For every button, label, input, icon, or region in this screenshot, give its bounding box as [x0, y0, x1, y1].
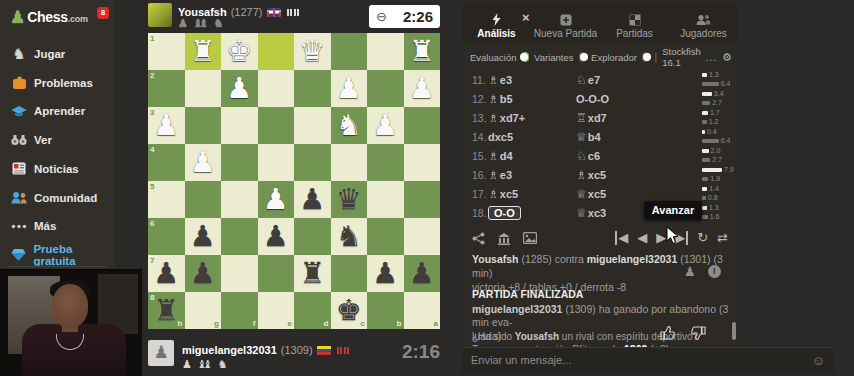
move-number: 18.: [462, 207, 488, 219]
cap-icon: [10, 103, 28, 119]
piece-white-P[interactable]: ♟: [221, 70, 258, 107]
move-row-12: 12.♗b5O-O-O3.42.7: [462, 89, 738, 108]
square-h7[interactable]: 7♟: [148, 255, 185, 292]
move-row-15: 15.♗d4♘c62.02.7: [462, 146, 738, 165]
square-g1[interactable]: ♜: [185, 33, 222, 70]
square-e7[interactable]: [258, 255, 295, 292]
piece-black-P[interactable]: ♟: [185, 255, 222, 292]
piece-icon-B: ♗: [488, 149, 499, 163]
go-to-start-button[interactable]: ◀: [615, 231, 628, 245]
piece-black-P[interactable]: ♟: [148, 255, 185, 292]
piece-icon-Q: ♕: [576, 187, 587, 201]
sidebar-item-problemas[interactable]: Problemas: [0, 69, 115, 97]
square-a3[interactable]: [404, 107, 441, 144]
square-f7[interactable]: [221, 255, 258, 292]
square-e6[interactable]: ♟: [258, 218, 295, 255]
square-e8[interactable]: e: [258, 292, 295, 329]
sidebar-item-label: Aprender: [34, 105, 85, 117]
logo-suffix: .com: [68, 14, 88, 24]
square-g6[interactable]: ♟: [185, 218, 222, 255]
lightning-icon: [492, 13, 501, 26]
black-move[interactable]: O-O-O: [576, 93, 658, 105]
tab-nueva-partida[interactable]: Nueva Partida: [531, 4, 600, 44]
engine-more-dots: ...: [706, 52, 717, 63]
square-a8[interactable]: a: [404, 292, 441, 329]
top-player-clock: ⊖ 2:26: [369, 5, 440, 28]
square-h8[interactable]: 8h♜: [148, 292, 185, 329]
piece-icon-B: ♗: [576, 168, 587, 182]
save-to-library-icon[interactable]: [497, 232, 511, 245]
plus-square-icon: [560, 13, 572, 26]
piece-white-P[interactable]: ♟: [404, 70, 441, 107]
piece-black-P[interactable]: ♟: [185, 218, 222, 255]
white-move[interactable]: ♗xd7+: [488, 111, 576, 125]
tab-partidas[interactable]: Partidas: [600, 4, 669, 44]
square-h2[interactable]: 2: [148, 70, 185, 107]
puzzle-icon: [10, 75, 28, 91]
sidebar-item-prueba-gratuita[interactable]: Prueba gratuita: [0, 241, 115, 269]
sidebar-item-label: Comunidad: [34, 192, 97, 204]
white-move[interactable]: ♗b5: [488, 92, 576, 106]
square-c8[interactable]: c♚: [331, 292, 368, 329]
bottom-player-name[interactable]: miguelangel32031: [182, 344, 277, 356]
top-clock-time: 2:26: [403, 8, 433, 25]
toggle-evaluacion[interactable]: [521, 52, 529, 62]
toggle-label-explorador: Explorador: [591, 52, 637, 63]
analysis-toggles: Evaluación Variantes Explorador | Stockf…: [470, 48, 732, 66]
square-c6[interactable]: ♞: [331, 218, 368, 255]
black-move[interactable]: ♖xd7: [576, 111, 658, 125]
square-c7[interactable]: [331, 255, 368, 292]
white-move[interactable]: ♗e3: [488, 168, 576, 182]
piece-black-R[interactable]: ♜: [294, 255, 331, 292]
square-h1[interactable]: 1: [148, 33, 185, 70]
square-f6[interactable]: [221, 218, 258, 255]
file-label: d: [324, 319, 329, 328]
move-row-11: 11.♗e3♘e71.36.4: [462, 70, 738, 89]
move-number: 11.: [462, 74, 488, 86]
toggle-variantes[interactable]: [579, 52, 587, 62]
rank-label: 4: [150, 145, 154, 154]
move-list: 11.♗e3♘e71.36.412.♗b5O-O-O3.42.713.♗xd7+…: [462, 70, 738, 222]
app-window: ♟ Chess.com 8 ♞JugarProblemasAprenderVer…: [0, 0, 854, 376]
piece-white-P[interactable]: ♟: [331, 70, 368, 107]
black-move[interactable]: ♘c6: [576, 149, 658, 163]
bottom-player-clock: 2:16: [392, 341, 440, 365]
piece-white-N[interactable]: ♞: [331, 107, 368, 144]
piece-black-N[interactable]: ♞: [331, 218, 368, 255]
sidebar-item-m-s[interactable]: Más: [0, 212, 115, 240]
flip-board-icon[interactable]: ⇄: [717, 231, 728, 245]
file-label: a: [434, 319, 438, 328]
white-move[interactable]: O-O: [488, 206, 576, 220]
news-icon: [10, 161, 28, 177]
sidebar-item-aprender[interactable]: Aprender: [0, 97, 115, 125]
bottom-player-captured-pieces: ♟ ♝♝ ♞: [182, 358, 229, 371]
info-player2[interactable]: miguelangel32031: [587, 253, 677, 265]
piece-icon-R: ♖: [576, 111, 587, 125]
piece-icon-B: ♗: [488, 92, 499, 106]
square-e3[interactable]: [258, 107, 295, 144]
file-label: g: [214, 319, 219, 328]
square-b4[interactable]: [367, 144, 404, 181]
move-eval: 3.42.7: [702, 89, 738, 108]
piece-icon-Q: ♕: [576, 206, 587, 220]
thumbs-up-icon[interactable]: [660, 326, 675, 344]
image-icon[interactable]: [523, 232, 537, 244]
rank-label: 2: [150, 71, 154, 80]
piece-black-P[interactable]: ♟: [367, 255, 404, 292]
sidebar-item-label: Noticias: [34, 163, 79, 175]
people-icon: [10, 190, 28, 206]
top-player-captured-pieces: ♟ ♝♝ ♞: [178, 17, 225, 30]
file-label: e: [288, 319, 292, 328]
square-g3[interactable]: [185, 107, 222, 144]
board-grid-icon: [629, 13, 641, 26]
move-eval: 0.46.4: [702, 127, 738, 146]
redo-icon[interactable]: ↻: [697, 231, 708, 245]
move-number: 14.: [462, 131, 488, 143]
chat-input[interactable]: Enviar un mensaje... ☺: [462, 347, 834, 372]
bottom-player-bars: [337, 347, 350, 354]
square-d3[interactable]: [294, 107, 331, 144]
square-g4[interactable]: ♟: [185, 144, 222, 181]
square-f3[interactable]: [221, 107, 258, 144]
clock-minus-icon: ⊖: [376, 9, 387, 24]
sidebar-item-comunidad[interactable]: Comunidad: [0, 184, 115, 212]
dots-icon: [10, 218, 28, 234]
webcam-video: [0, 269, 142, 376]
sidebar-item-label: Más: [34, 220, 56, 232]
binoculars-icon: [10, 132, 28, 148]
sidebar-item-label: Ver: [34, 134, 52, 146]
move-eval: 2.02.7: [702, 146, 738, 165]
rank-label: 1: [150, 34, 154, 43]
thumbs-down-icon[interactable]: [691, 326, 706, 344]
top-player-rating: (1277): [231, 6, 263, 18]
piece-icon-B: ♗: [488, 111, 499, 125]
square-c1[interactable]: [331, 33, 368, 70]
piece-black-P[interactable]: ♟: [258, 218, 295, 255]
move-row-14: 14.dxc5♕b40.46.4: [462, 127, 738, 146]
square-c5[interactable]: ♛: [331, 181, 368, 218]
black-move[interactable]: ♘e7: [576, 73, 658, 87]
rank-label: 6: [150, 219, 154, 228]
bottom-player-avatar[interactable]: ♟: [148, 340, 174, 366]
square-d8[interactable]: d: [294, 292, 331, 329]
square-g2[interactable]: [185, 70, 222, 107]
piece-white-R[interactable]: ♜: [185, 33, 222, 70]
piece-icon-B: ♗: [488, 187, 499, 201]
bottom-player-rating: (1309): [281, 344, 313, 356]
gear-icon[interactable]: ⚙: [722, 51, 732, 64]
square-f5[interactable]: [221, 181, 258, 218]
black-move[interactable]: ♗xc5: [576, 168, 658, 182]
smiley-icon[interactable]: ☺: [812, 353, 825, 368]
game-over-title: PARTIDA FINALIZADA: [472, 288, 730, 302]
piece-white-P[interactable]: ♟: [258, 181, 295, 218]
piece-black-P[interactable]: ♟: [404, 255, 441, 292]
tab-jugadores[interactable]: Jugadores: [669, 4, 738, 44]
knight-icon: ♞: [10, 46, 28, 62]
square-d7[interactable]: ♜: [294, 255, 331, 292]
action-bar: ◀ ◀ ▶ ▶ ↻ ⇄: [472, 228, 728, 248]
square-b8[interactable]: b: [367, 292, 404, 329]
rank-label: 5: [150, 182, 154, 191]
piece-black-R[interactable]: ♜: [148, 292, 185, 329]
analysis-panel: Análisis Nueva Partida Partidas Jugadore…: [462, 4, 738, 344]
move-eval: 1.31.6: [702, 203, 738, 222]
square-d2[interactable]: [294, 70, 331, 107]
square-c3[interactable]: ♞: [331, 107, 368, 144]
top-player-avatar[interactable]: [148, 3, 172, 27]
sidebar-item-label: Problemas: [34, 77, 93, 89]
avanzar-tooltip: Avanzar: [644, 201, 702, 220]
sidebar-item-noticias[interactable]: Noticias: [0, 155, 115, 183]
move-number: 13.: [462, 112, 488, 124]
toggle-label-variantes: Variantes: [534, 52, 573, 63]
square-b3[interactable]: ♟: [367, 107, 404, 144]
challenge-pawn-icon[interactable]: ♟: [684, 264, 696, 279]
square-a2[interactable]: ♟: [404, 70, 441, 107]
toggle-label-evaluacion: Evaluación: [470, 52, 516, 63]
piece-black-K[interactable]: ♚: [331, 292, 368, 329]
info-alert-icon[interactable]: !: [708, 265, 721, 278]
square-a5[interactable]: [404, 181, 441, 218]
piece-white-Q[interactable]: ♛: [294, 33, 331, 70]
piece-icon-B: ♗: [488, 168, 499, 182]
piece-icon-N: ♘: [576, 149, 587, 163]
logo-text: Chess: [27, 9, 68, 25]
piece-icon-N: ♘: [576, 73, 587, 87]
square-b1[interactable]: [367, 33, 404, 70]
diamond-icon: [10, 247, 27, 263]
logo-pawn-icon: ♟: [10, 7, 25, 28]
square-e1[interactable]: [258, 33, 295, 70]
panel-tabs: Análisis Nueva Partida Partidas Jugadore…: [462, 4, 738, 44]
piece-white-K[interactable]: ♚: [221, 33, 258, 70]
piece-black-P[interactable]: ♟: [294, 181, 331, 218]
previous-move-button[interactable]: ◀: [637, 231, 647, 245]
share-icon[interactable]: [472, 232, 485, 245]
chess-board[interactable]: 1♜♚♛♜2♟♟♟3♟♞♟4♟5♟♟♛6♟♟♞7♟♟♜♟♟8h♜gfedc♚ba: [148, 33, 440, 329]
file-label: b: [397, 319, 402, 328]
square-b2[interactable]: [367, 70, 404, 107]
square-f1[interactable]: ♚: [221, 33, 258, 70]
square-h3[interactable]: 3♟: [148, 107, 185, 144]
square-d4[interactable]: [294, 144, 331, 181]
white-move[interactable]: ♗xc5: [488, 187, 576, 201]
sidebar-item-label: Jugar: [34, 48, 65, 60]
tab-analisis[interactable]: Análisis: [462, 4, 531, 44]
sidebar-item-ver[interactable]: Ver: [0, 126, 115, 154]
white-move[interactable]: ♗e3: [488, 73, 576, 87]
toggle-explorador[interactable]: [642, 52, 650, 62]
square-h6[interactable]: 6: [148, 218, 185, 255]
move-number: 12.: [462, 93, 488, 105]
notification-badge: 8: [97, 7, 109, 19]
square-f4[interactable]: [221, 144, 258, 181]
piece-icon-B: ♗: [488, 73, 499, 87]
black-move[interactable]: ♕xc5: [576, 187, 658, 201]
square-g8[interactable]: g: [185, 292, 222, 329]
move-eval: 1.36.4: [702, 70, 738, 89]
chesscom-logo[interactable]: ♟ Chess.com: [10, 7, 88, 27]
piece-white-R[interactable]: ♜: [404, 33, 441, 70]
top-player-bars: [287, 9, 300, 16]
move-row-13: 13.♗xd7+♖xd71.71.2: [462, 108, 738, 127]
engine-name[interactable]: Stockfish 16.1: [662, 46, 701, 68]
square-a4[interactable]: [404, 144, 441, 181]
sidebar-item-jugar[interactable]: ♞Jugar: [0, 40, 115, 68]
move-number: 15.: [462, 150, 488, 162]
selected-move: O-O: [488, 206, 521, 220]
webcam-person-face: [52, 284, 88, 328]
square-b5[interactable]: [367, 181, 404, 218]
square-f2[interactable]: ♟: [221, 70, 258, 107]
square-b7[interactable]: ♟: [367, 255, 404, 292]
sidebar-item-label: Prueba gratuita: [33, 243, 115, 267]
file-label: f: [253, 319, 256, 328]
move-number: 16.: [462, 169, 488, 181]
square-b6[interactable]: [367, 218, 404, 255]
white-move[interactable]: dxc5: [488, 131, 576, 143]
square-d5[interactable]: ♟: [294, 181, 331, 218]
move-row-16: 16.♗e3♗xc57.91.9: [462, 165, 738, 184]
square-f8[interactable]: f: [221, 292, 258, 329]
top-player-flag-gb: [267, 8, 281, 17]
square-d6[interactable]: [294, 218, 331, 255]
square-g5[interactable]: [185, 181, 222, 218]
close-icon[interactable]: ×: [522, 10, 530, 25]
square-e2[interactable]: [258, 70, 295, 107]
move-eval: 1.40.8: [702, 184, 738, 203]
square-d1[interactable]: ♛: [294, 33, 331, 70]
panel-scrollbar[interactable]: [732, 322, 736, 340]
square-e5[interactable]: ♟: [258, 181, 295, 218]
piece-white-P[interactable]: ♟: [148, 107, 185, 144]
square-h5[interactable]: 5: [148, 181, 185, 218]
players-icon: [696, 13, 711, 26]
piece-white-P[interactable]: ♟: [185, 144, 222, 181]
white-move[interactable]: ♗d4: [488, 149, 576, 163]
square-a6[interactable]: [404, 218, 441, 255]
square-e4[interactable]: [258, 144, 295, 181]
sidebar-divider: [8, 266, 107, 267]
bottom-player-flag-ve: [317, 346, 331, 355]
square-c4[interactable]: [331, 144, 368, 181]
black-move[interactable]: ♕b4: [576, 130, 658, 144]
square-a7[interactable]: ♟: [404, 255, 441, 292]
move-number: 17.: [462, 188, 488, 200]
mouse-cursor: [666, 226, 680, 249]
chat-placeholder: Enviar un mensaje...: [471, 354, 571, 366]
info-player1[interactable]: Yousafsh: [472, 253, 518, 265]
square-h4[interactable]: 4: [148, 144, 185, 181]
square-g7[interactable]: ♟: [185, 255, 222, 292]
piece-white-P[interactable]: ♟: [367, 107, 404, 144]
square-c2[interactable]: ♟: [331, 70, 368, 107]
piece-black-Q[interactable]: ♛: [331, 181, 368, 218]
piece-icon-Q: ♕: [576, 130, 587, 144]
square-a1[interactable]: ♜: [404, 33, 441, 70]
move-eval: 1.71.2: [702, 108, 738, 127]
next-move-button[interactable]: ▶: [656, 231, 666, 245]
engine-separator: |: [655, 52, 658, 63]
move-eval: 7.91.9: [702, 165, 738, 184]
